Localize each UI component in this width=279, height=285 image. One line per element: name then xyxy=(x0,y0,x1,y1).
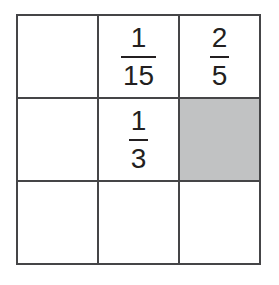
fraction-bar xyxy=(210,56,230,58)
grid-cell-r2c1[interactable] xyxy=(99,182,178,263)
puzzle-grid: 1152513 xyxy=(16,14,261,265)
grid-cell-r0c1[interactable]: 115 xyxy=(99,16,178,97)
fraction: 115 xyxy=(121,24,156,90)
grid-cell-r0c0[interactable] xyxy=(18,16,97,97)
fraction-numerator: 2 xyxy=(210,24,230,52)
fraction-denominator: 3 xyxy=(129,145,149,173)
grid-cell-r1c2-shaded[interactable] xyxy=(180,99,259,180)
grid-cell-r1c0[interactable] xyxy=(18,99,97,180)
fraction: 13 xyxy=(129,107,149,173)
fraction-numerator: 1 xyxy=(129,24,149,52)
grid-cell-r2c0[interactable] xyxy=(18,182,97,263)
fraction-denominator: 5 xyxy=(210,62,230,90)
fraction-bar xyxy=(129,139,149,141)
fraction: 25 xyxy=(210,24,230,90)
grid-cell-r2c2[interactable] xyxy=(180,182,259,263)
fraction-numerator: 1 xyxy=(129,107,149,135)
fraction-bar xyxy=(121,56,156,58)
grid-cell-r0c2[interactable]: 25 xyxy=(180,16,259,97)
fraction-denominator: 15 xyxy=(121,62,156,90)
grid-cell-r1c1[interactable]: 13 xyxy=(99,99,178,180)
